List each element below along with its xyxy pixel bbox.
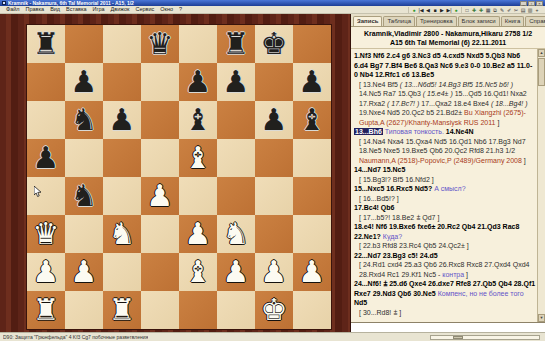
status-bar: D90: Защита "Грюнфельда" 4 Kf3 Cg7 побоч… [0, 332, 545, 341]
notation-block: [ 14.Na4 Nxa4 15.Qxa4 Nd5 16.Qd1 Nb6 17.… [354, 137, 536, 166]
mouse-cursor [34, 186, 42, 197]
annotation: Компенс, но не более того [438, 290, 524, 297]
maximize-button[interactable]: ▫ [528, 1, 535, 6]
square-c2[interactable] [103, 253, 141, 291]
square-h6[interactable]: ♝ [293, 101, 331, 139]
notation-block: 22...Nd7 23.Bg3 c5! 24.d5 [354, 251, 536, 261]
notation-block: [ 22.b3 Rfd8 23.Rc4 Qb5 24.Qc2± ] [354, 241, 536, 251]
square-a6[interactable] [27, 101, 65, 139]
pencil-icon[interactable]: ✎ [499, 7, 505, 13]
square-h7[interactable]: ♟ [293, 63, 331, 101]
menu-item-7[interactable]: Окно [157, 6, 176, 13]
menu-item-5[interactable]: Движок [108, 6, 133, 13]
copy-icon[interactable]: ⧉ [492, 7, 498, 13]
square-f1[interactable] [217, 291, 255, 329]
event-line: A15 6th Tal Memorial (6) 22.11.2011 [352, 38, 544, 47]
square-d3[interactable] [141, 215, 179, 253]
piece-white-pawn[interactable]: ♟ [217, 253, 255, 291]
square-e6[interactable]: ♝ [179, 101, 217, 139]
square-g5[interactable] [255, 139, 293, 177]
scroll-up-button[interactable]: ▲ [538, 49, 545, 57]
square-c8[interactable] [103, 25, 141, 63]
variation-text[interactable]: [ 17...b5?! 18.Be2 ⩲ Qd7 ] [359, 214, 439, 221]
square-f6[interactable] [217, 101, 255, 139]
piece-black-pawn[interactable]: ♟ [293, 63, 331, 101]
tab-Запись[interactable]: Запись [353, 16, 382, 26]
menu-item-8[interactable]: ? [176, 6, 185, 13]
piece-white-pawn[interactable]: ♟ [65, 253, 103, 291]
square-e4[interactable] [179, 177, 217, 215]
tab-Таблица[interactable]: Таблица [383, 16, 415, 26]
status-slider[interactable] [430, 335, 540, 340]
square-d4[interactable]: ♟ [141, 177, 179, 215]
piece-white-knight[interactable]: ♞ [217, 215, 255, 253]
notation-scrollbar[interactable]: ▲ ▼ [537, 49, 545, 322]
notation-pane: ЗаписьТаблицаТренировкаБлок записиКнигаС… [350, 14, 545, 332]
square-d1[interactable] [141, 291, 179, 329]
piece-black-pawn[interactable]: ♟ [179, 63, 217, 101]
scroll-thumb[interactable] [538, 58, 545, 86]
menu-items: ФайлПравкаВидВставкаИграДвижокСервисОкно… [3, 6, 185, 13]
piece-white-pawn[interactable]: ♟ [179, 215, 217, 253]
square-a4[interactable] [27, 177, 65, 215]
save-icon[interactable]: ▦ [485, 7, 491, 13]
square-g2[interactable]: ♟ [255, 253, 293, 291]
stop-icon[interactable]: ■ [432, 7, 438, 13]
square-e8[interactable] [179, 25, 217, 63]
playback-toolbar: ●|◀◀■▶▶|● [408, 7, 461, 13]
square-h8[interactable] [293, 25, 331, 63]
square-e1[interactable] [179, 291, 217, 329]
piece-white-bishop[interactable]: ♝ [179, 139, 217, 177]
notation-block: [ 13.Ne4 Bf5 ( 13...N6d5! 14.Bg3 Bf5 15.… [354, 80, 536, 128]
square-g7[interactable] [255, 63, 293, 101]
piece-black-knight[interactable]: ♞ [65, 101, 103, 139]
move-text[interactable]: 14...Nd7 15.Nc5 [354, 166, 405, 173]
close-button[interactable]: × [536, 1, 543, 6]
variation-text[interactable]: [ 30...Rd8! ⩲ ] [359, 309, 401, 316]
app-icon [2, 1, 6, 5]
menu-item-0[interactable]: Файл [3, 6, 23, 13]
square-d8[interactable]: ♛ [141, 25, 179, 63]
last-move-icon[interactable]: ▶| [446, 7, 452, 13]
square-a7[interactable] [27, 63, 65, 101]
variation-text[interactable]: 17...Qxa2 18.e4 Bxe4 [421, 100, 491, 107]
tab-Книга[interactable]: Книга [501, 16, 525, 26]
move-text[interactable]: 22...Nd7 23.Bg3 c5! 24.d5 [354, 252, 438, 259]
opening-classification: D90: Защита "Грюнфельда" 4 Kf3 Cg7 побоч… [3, 333, 148, 341]
next-move-icon[interactable]: ▶ [439, 7, 445, 13]
piece-white-queen[interactable]: ♛ [27, 215, 65, 253]
toolbar: ●|◀◀■▶▶|● □✚✚▦⧉✎✐✂▤▥+ [408, 7, 542, 13]
piece-black-rook[interactable]: ♜ [27, 25, 65, 63]
annotate-icon[interactable]: ✐ [506, 7, 512, 13]
notation-block: 14...Nd7 15.Nc5 [354, 165, 536, 175]
piece-black-queen[interactable]: ♛ [141, 25, 179, 63]
piece-black-pawn[interactable]: ♟ [27, 139, 65, 177]
piece-black-rook[interactable]: ♜ [217, 25, 255, 63]
square-c6[interactable]: ♟ [103, 101, 141, 139]
move-text[interactable]: Nd5 [354, 299, 367, 306]
new-document-icon[interactable]: □ [464, 7, 470, 13]
square-h1[interactable] [293, 291, 331, 329]
square-d5[interactable] [141, 139, 179, 177]
piece-black-pawn[interactable]: ♟ [217, 63, 255, 101]
piece-black-pawn[interactable]: ♟ [103, 101, 141, 139]
square-b7[interactable]: ♟ [65, 63, 103, 101]
square-d2[interactable] [141, 253, 179, 291]
square-f2[interactable]: ♟ [217, 253, 255, 291]
square-c3[interactable]: ♞ [103, 215, 141, 253]
annotation: Куда? [381, 233, 402, 240]
piece-black-king[interactable]: ♚ [255, 25, 293, 63]
move-text[interactable]: 15...Nxc5 16.Rxc5 Nd5? [354, 185, 432, 192]
minimize-button[interactable]: _ [520, 1, 527, 6]
notation-block: 24...Nf6! ⩲ 25.d6 Qxe4 26.dxe7 Rfe8 27.Q… [354, 279, 536, 308]
piece-white-rook[interactable]: ♜ [27, 291, 65, 329]
tab-Блок записи[interactable]: Блок записи [458, 16, 500, 26]
square-a5[interactable]: ♟ [27, 139, 65, 177]
square-c4[interactable] [103, 177, 141, 215]
square-b6[interactable]: ♞ [65, 101, 103, 139]
move-text[interactable]: 18.e4! Nf6 19.Bxe6 fxe6± 20.Rc2 Qb4 21.Q… [354, 223, 519, 240]
notation-block: 13...Bh6 Типовая тонкость. 14.Ne4N [354, 127, 536, 137]
prev-move-icon[interactable]: ◀ [425, 7, 431, 13]
print-icon[interactable]: ▤ [520, 7, 526, 13]
square-d6[interactable] [141, 101, 179, 139]
square-a8[interactable]: ♜ [27, 25, 65, 63]
notation-block: 17.Bc4! Qb6 [354, 203, 536, 213]
menu-bar: ФайлПравкаВидВставкаИграДвижокСервисОкно… [0, 6, 545, 14]
piece-black-bishop[interactable]: ♝ [293, 101, 331, 139]
square-b8[interactable] [65, 25, 103, 63]
notation-block: 1.Nf3 Nf6 2.c4 g6 3.Nc3 d5 4.cxd5 Nxd5 5… [354, 51, 536, 80]
variation-text[interactable]: ] [522, 157, 526, 164]
menu-item-4[interactable]: Игра [90, 6, 108, 13]
record-icon[interactable]: ● [411, 7, 417, 13]
status-slider-thumb[interactable] [453, 336, 463, 339]
square-d7[interactable] [141, 63, 179, 101]
square-g1[interactable]: ♚ [255, 291, 293, 329]
square-h3[interactable] [293, 215, 331, 253]
annotation: А смысл? [432, 185, 465, 192]
piece-black-pawn[interactable]: ♟ [255, 101, 293, 139]
variation-text[interactable]: ] [464, 271, 468, 278]
piece-white-pawn[interactable]: ♟ [27, 253, 65, 291]
square-b3[interactable] [65, 215, 103, 253]
square-g3[interactable] [255, 215, 293, 253]
square-b4[interactable]: ♞ [65, 177, 103, 215]
piece-white-king[interactable]: ♚ [255, 291, 293, 329]
move-list[interactable]: 1.Nf3 Nf6 2.c4 g6 3.Nc3 d5 4.cxd5 Nxd5 5… [351, 49, 537, 322]
variation-text[interactable]: ( 18...Bg4! ) [491, 100, 528, 107]
piece-white-knight[interactable]: ♞ [103, 215, 141, 253]
square-f7[interactable]: ♟ [217, 63, 255, 101]
square-c7[interactable] [103, 63, 141, 101]
variation-text[interactable]: [ 15.Bg3!? Bf5 16.Nfd2 ] [359, 176, 434, 183]
variation-text[interactable]: 19.Nxe4 Nd5 20.Qc2 b5 21.Bd2± [359, 109, 464, 116]
variation-text[interactable]: ] [495, 119, 499, 126]
current-move[interactable]: 13...Bh6 [354, 128, 383, 135]
variation-text[interactable]: ( 17.Bc7! ) [387, 100, 421, 107]
players-line: Kramnik,Vladimir 2800 - Nakamura,Hikaru … [352, 29, 544, 38]
variation-text[interactable]: [ 14.Na4 Nxa4 15.Qxa4 Nd5 16.Qd1 Nb6 17.… [359, 138, 526, 155]
square-a3[interactable]: ♛ [27, 215, 65, 253]
square-e3[interactable]: ♟ [179, 215, 217, 253]
window-controls: _▫× [519, 1, 543, 6]
notation-block: [ 17...b5?! 18.Be2 ⩲ Qd7 ] [354, 213, 536, 223]
square-h4[interactable] [293, 177, 331, 215]
square-h5[interactable] [293, 139, 331, 177]
first-move-icon[interactable]: |◀ [418, 7, 424, 13]
variation-text[interactable]: ( 15.e4± ) [423, 90, 455, 97]
notation-block: 18.e4! Nf6 19.Bxe6 fxe6± 20.Rc2 Qb4 21.Q… [354, 222, 536, 241]
menu-item-3[interactable]: Вставка [63, 6, 89, 13]
cut-icon[interactable]: ✂ [513, 7, 519, 13]
piece-white-pawn[interactable]: ♟ [255, 253, 293, 291]
chess-board[interactable]: ♜♛♜♚♟♟♟♟♞♟♝♟♝♟♝♞♟♛♞♟♞♟♟♝♟♟♟♜♜♚ [27, 25, 331, 329]
move-text[interactable]: 14.Ne4N [446, 128, 474, 135]
annotation: контра [442, 271, 464, 278]
notation-tabs: ЗаписьТаблицаТренировкаБлок записиКнигаС… [351, 14, 545, 27]
piece-black-knight[interactable]: ♞ [65, 177, 103, 215]
square-f5[interactable] [217, 139, 255, 177]
variation-text[interactable]: ( 13...N6d5! 14.Bg3 Bf5 15.Nc5 b6! ) [400, 81, 513, 88]
square-c1[interactable]: ♜ [103, 291, 141, 329]
game-reference: Naumann,A (2518)-Popovic,P (2489)/German… [359, 157, 522, 164]
square-e2[interactable]: ♝ [179, 253, 217, 291]
scroll-down-button[interactable]: ▼ [538, 314, 545, 322]
board-pane: ♜♛♜♚♟♟♟♟♞♟♝♟♝♟♝♞♟♛♞♟♞♟♟♝♟♟♟♜♜♚ [0, 14, 350, 332]
piece-white-bishop[interactable]: ♝ [179, 253, 217, 291]
menu-item-2[interactable]: Вид [47, 6, 63, 13]
notation-block: 15...Nxc5 16.Rxc5 Nd5? А смысл? [354, 184, 536, 194]
square-g8[interactable]: ♚ [255, 25, 293, 63]
tab-Тренировка[interactable]: Тренировка [416, 16, 457, 26]
annotation: Типовая тонкость. [383, 128, 446, 135]
square-h2[interactable]: ♟ [293, 253, 331, 291]
variation-text[interactable]: [ 13.Ne4 Bf5 [359, 81, 400, 88]
square-b2[interactable]: ♟ [65, 253, 103, 291]
notation-block: [ 15.Bg3!? Bf5 16.Nfd2 ] [354, 175, 536, 185]
game-header: Kramnik,Vladimir 2800 - Nakamura,Hikaru … [351, 27, 545, 49]
square-b1[interactable] [65, 291, 103, 329]
menu-item-6[interactable]: Сервис [132, 6, 157, 13]
notation-block: [ 30...Rd8! ⩲ ] [354, 308, 536, 318]
tab-Справочник[interactable]: Справочник [525, 16, 545, 26]
square-b5[interactable] [65, 139, 103, 177]
move-text[interactable]: 1.Nf3 Nf6 2.c4 g6 3.Nc3 d5 4.cxd5 Nxd5 5… [354, 52, 532, 78]
notation-block: [ 24.Rd1 cxd4 25.a3 Qb6 26.Rxc8 Rxc8 27.… [354, 260, 536, 279]
square-g6[interactable]: ♟ [255, 101, 293, 139]
menu-item-1[interactable]: Правка [23, 6, 48, 13]
move-text[interactable]: 17.Bc4! Qb6 [354, 204, 394, 211]
piece-white-pawn[interactable]: ♟ [141, 177, 179, 215]
chessbase-window: Kramnik - Nakamura, 6th Tal Memorial 201… [0, 0, 545, 341]
square-f4[interactable] [217, 177, 255, 215]
scroll-track[interactable] [538, 57, 545, 314]
variation-text[interactable]: [ 22.b3 Rfd8 23.Rc4 Qb5 24.Qc2± ] [359, 242, 469, 249]
square-a2[interactable]: ♟ [27, 253, 65, 291]
variation-text[interactable]: [ 16...Bd5!? ] [359, 195, 399, 202]
square-a1[interactable]: ♜ [27, 291, 65, 329]
square-c5[interactable] [103, 139, 141, 177]
piece-white-rook[interactable]: ♜ [103, 291, 141, 329]
square-f8[interactable]: ♜ [217, 25, 255, 63]
tools-toolbar: □✚✚▦⧉✎✐✂▤▥+ [461, 7, 542, 13]
piece-black-pawn[interactable]: ♟ [65, 63, 103, 101]
engine-icon[interactable]: ● [453, 7, 459, 13]
variation-text[interactable]: 14.Nc5 Ra7 15.Qb3 [359, 90, 423, 97]
insert-move-icon[interactable]: ✚ [478, 7, 484, 13]
promote-variation-icon[interactable]: ✚ [471, 7, 477, 13]
square-e5[interactable]: ♝ [179, 139, 217, 177]
add-icon[interactable]: + [534, 7, 540, 13]
notation-footer-area [351, 322, 545, 332]
square-g4[interactable] [255, 177, 293, 215]
piece-black-bishop[interactable]: ♝ [179, 101, 217, 139]
notation-block: [ 16...Bd5!? ] [354, 194, 536, 204]
piece-white-pawn[interactable]: ♟ [293, 253, 331, 291]
square-e7[interactable]: ♟ [179, 63, 217, 101]
board-window-icon[interactable]: ▥ [527, 7, 533, 13]
square-f3[interactable]: ♞ [217, 215, 255, 253]
